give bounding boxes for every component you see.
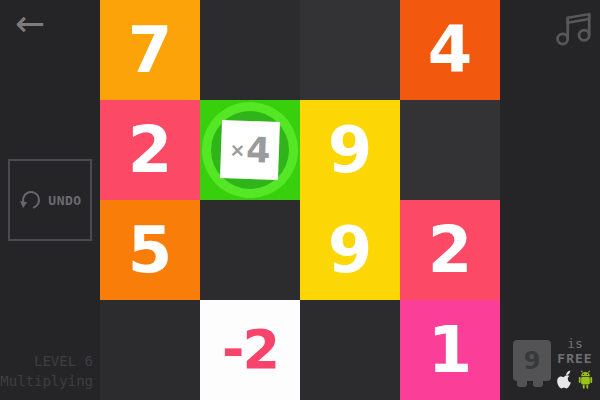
promo-text: is FREE — [553, 336, 597, 390]
badge-foot-right — [533, 380, 543, 387]
level-name: Multiplying — [0, 371, 93, 391]
undo-button[interactable]: UNDO — [8, 159, 92, 241]
board-cell-empty — [200, 200, 300, 300]
board-tile-multiplier[interactable]: ×4 — [200, 100, 300, 200]
promo-banner[interactable]: 9 is FREE — [509, 336, 597, 394]
multiplier-value: 4 — [246, 130, 272, 171]
music-icon[interactable] — [551, 4, 597, 50]
board-tile-7[interactable]: 7 — [100, 0, 200, 100]
board-tile-9[interactable]: 9 — [300, 100, 400, 200]
back-icon[interactable]: ← — [10, 2, 50, 46]
app-badge[interactable]: 9 — [513, 340, 551, 381]
android-icon[interactable] — [576, 368, 595, 390]
board-tile--2[interactable]: -2 — [200, 300, 300, 400]
board-cell-empty — [200, 0, 300, 100]
undo-icon — [18, 187, 44, 213]
app-badge-number: 9 — [524, 347, 541, 375]
tile-number: 5 — [128, 218, 173, 282]
board-cell-empty — [400, 100, 500, 200]
promo-free-label: FREE — [553, 351, 597, 366]
board-tile-5[interactable]: 5 — [100, 200, 200, 300]
tile-number: 9 — [328, 118, 373, 182]
undo-label: UNDO — [48, 193, 81, 208]
board-tile-1[interactable]: 1 — [400, 300, 500, 400]
tile-number: 2 — [428, 218, 473, 282]
tile-number: 1 — [428, 318, 473, 382]
board-tile-4[interactable]: 4 — [400, 0, 500, 100]
board-tile-2[interactable]: 2 — [100, 100, 200, 200]
tile-number: 2 — [128, 118, 173, 182]
apple-icon[interactable] — [555, 369, 573, 390]
board-tile-2[interactable]: 2 — [400, 200, 500, 300]
board-cell-empty — [100, 300, 200, 400]
board-cell-empty — [300, 300, 400, 400]
level-label: LEVEL 6 — [0, 351, 93, 371]
multiplier-sign: × — [229, 138, 246, 161]
multiplier-card: ×4 — [220, 120, 280, 180]
badge-foot-left — [517, 380, 527, 387]
board: 742×49592-21 — [100, 0, 500, 400]
board-cell-empty — [300, 0, 400, 100]
tile-number: 7 — [128, 18, 173, 82]
tile-number: 9 — [328, 218, 373, 282]
game-screen: 742×49592-21 ← UNDO LEVEL 6 Multiplying … — [0, 0, 600, 400]
tile-number: 4 — [428, 18, 473, 82]
promo-is-label: is — [553, 336, 597, 351]
board-tile-9[interactable]: 9 — [300, 200, 400, 300]
tile-number: -2 — [222, 323, 278, 377]
level-caption: LEVEL 6 Multiplying — [0, 351, 93, 391]
